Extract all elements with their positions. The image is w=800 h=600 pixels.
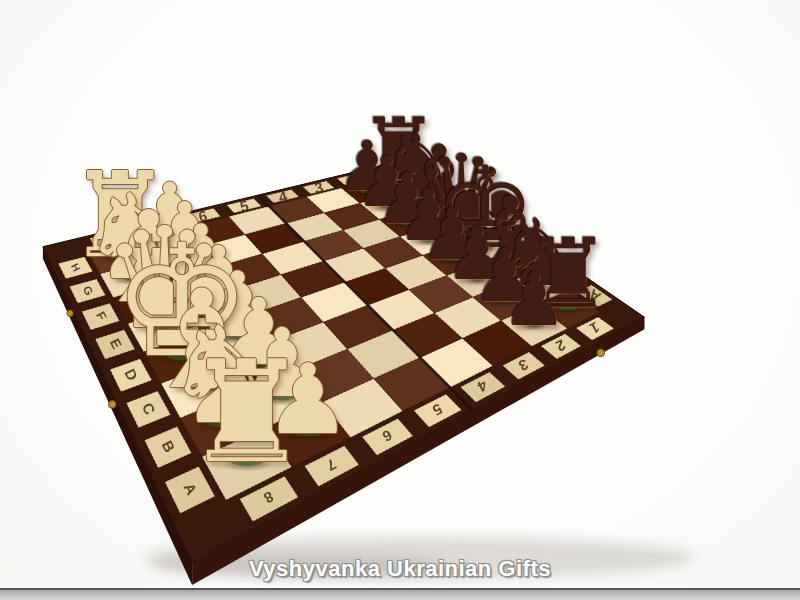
brass-clasp — [597, 349, 605, 357]
window-bottom-bar — [0, 588, 800, 600]
brass-clasp — [108, 401, 116, 409]
product-photo: ABCDEFGHABCDEFGH8765432187654321 ♜♞♝♚♛♝♞… — [0, 0, 800, 600]
brass-clasp — [67, 310, 73, 316]
chess-board: ABCDEFGHABCDEFGH8765432187654321 — [0, 0, 800, 600]
watermark-caption: Vyshyvanka Ukrainian Gifts — [249, 556, 551, 582]
